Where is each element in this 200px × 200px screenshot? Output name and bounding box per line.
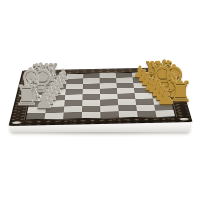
chess-board xyxy=(9,67,193,126)
board-square xyxy=(155,110,175,117)
board-square xyxy=(137,110,156,117)
frame-medallion xyxy=(179,118,189,121)
frame-medallion xyxy=(167,69,175,71)
board-square xyxy=(63,112,82,119)
board-square xyxy=(26,113,46,120)
frame-medallion xyxy=(12,121,22,124)
frame-medallion xyxy=(19,94,28,96)
board-square xyxy=(100,111,119,118)
board-square xyxy=(119,111,138,118)
board-perspective-wrap xyxy=(0,0,200,200)
board-square xyxy=(44,112,63,119)
board-square xyxy=(82,112,101,119)
checkerboard-grid xyxy=(25,72,176,120)
frame-medallion xyxy=(24,72,32,74)
chess-set-product-photo: ♜♞♝♛♚♝♞♜♟♟♟♟♟♟♟♟♜♞♝♛♚♝♞♜♟♟♟♟♟♟♟♟ xyxy=(0,0,200,200)
frame-medallion xyxy=(173,91,182,93)
